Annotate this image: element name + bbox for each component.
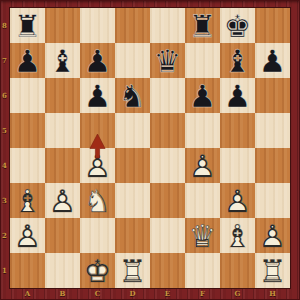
square-b8[interactable] — [45, 8, 80, 43]
square-e6[interactable] — [150, 78, 185, 113]
square-g8[interactable]: ♚ — [220, 8, 255, 43]
white-pawn-icon: ♟♙ — [10, 218, 45, 253]
square-a2[interactable]: ♟♙ — [10, 218, 45, 253]
square-g6[interactable]: ♟ — [220, 78, 255, 113]
white-rook-icon: ♜♖ — [115, 253, 150, 288]
square-c1[interactable]: ♚♔ — [80, 253, 115, 288]
square-c4[interactable]: ♟♙ — [80, 148, 115, 183]
black-queen-icon: ♛ — [150, 43, 185, 78]
square-g2[interactable]: ♝♗ — [220, 218, 255, 253]
black-bishop-icon: ♝ — [220, 43, 255, 78]
black-bishop-icon: ♝ — [45, 43, 80, 78]
square-e3[interactable] — [150, 183, 185, 218]
square-d2[interactable] — [115, 218, 150, 253]
white-pawn-icon: ♟♙ — [45, 183, 80, 218]
square-e7[interactable]: ♛ — [150, 43, 185, 78]
square-a7[interactable]: ♟ — [10, 43, 45, 78]
square-a8[interactable]: ♜ — [10, 8, 45, 43]
square-f4[interactable]: ♟♙ — [185, 148, 220, 183]
file-label-d: D — [115, 288, 150, 300]
square-d4[interactable] — [115, 148, 150, 183]
square-a3[interactable]: ♝♗ — [10, 183, 45, 218]
file-label-b: B — [45, 288, 80, 300]
chess-board-frame: ♜♜♚♟♝♟♛♝♟♟♞♟♟♟♙♟♙♝♗♟♙♞♘♟♙♟♙♛♕♝♗♟♙♚♔♜♖♜♖ … — [0, 0, 300, 300]
square-b3[interactable]: ♟♙ — [45, 183, 80, 218]
square-d6[interactable]: ♞ — [115, 78, 150, 113]
rank-label-1: 1 — [0, 253, 9, 288]
square-b4[interactable] — [45, 148, 80, 183]
square-f2[interactable]: ♛♕ — [185, 218, 220, 253]
square-f6[interactable]: ♟ — [185, 78, 220, 113]
square-d5[interactable] — [115, 113, 150, 148]
square-d8[interactable] — [115, 8, 150, 43]
square-h3[interactable] — [255, 183, 290, 218]
black-pawn-icon: ♟ — [80, 43, 115, 78]
file-label-h: H — [255, 288, 290, 300]
white-pawn-icon: ♟♙ — [185, 148, 220, 183]
white-rook-icon: ♜♖ — [255, 253, 290, 288]
square-h8[interactable] — [255, 8, 290, 43]
square-e5[interactable] — [150, 113, 185, 148]
square-b1[interactable] — [45, 253, 80, 288]
square-h4[interactable] — [255, 148, 290, 183]
square-c2[interactable] — [80, 218, 115, 253]
black-rook-icon: ♜ — [10, 8, 45, 43]
rank-label-2: 2 — [0, 218, 9, 253]
black-pawn-icon: ♟ — [220, 78, 255, 113]
square-b2[interactable] — [45, 218, 80, 253]
square-a1[interactable] — [10, 253, 45, 288]
square-h7[interactable]: ♟ — [255, 43, 290, 78]
square-f5[interactable] — [185, 113, 220, 148]
white-bishop-icon: ♝♗ — [10, 183, 45, 218]
square-h1[interactable]: ♜♖ — [255, 253, 290, 288]
square-c8[interactable] — [80, 8, 115, 43]
white-king-icon: ♚♔ — [80, 253, 115, 288]
square-g3[interactable]: ♟♙ — [220, 183, 255, 218]
file-label-a: A — [10, 288, 45, 300]
square-e4[interactable] — [150, 148, 185, 183]
black-pawn-icon: ♟ — [10, 43, 45, 78]
black-knight-icon: ♞ — [115, 78, 150, 113]
rank-label-8: 8 — [0, 8, 9, 43]
square-g7[interactable]: ♝ — [220, 43, 255, 78]
white-bishop-icon: ♝♗ — [220, 218, 255, 253]
square-g5[interactable] — [220, 113, 255, 148]
square-h6[interactable] — [255, 78, 290, 113]
white-pawn-icon: ♟♙ — [220, 183, 255, 218]
rank-label-7: 7 — [0, 43, 9, 78]
black-pawn-icon: ♟ — [80, 78, 115, 113]
square-g4[interactable] — [220, 148, 255, 183]
white-pawn-icon: ♟♙ — [80, 148, 115, 183]
rank-label-3: 3 — [0, 183, 9, 218]
square-b5[interactable] — [45, 113, 80, 148]
file-label-e: E — [150, 288, 185, 300]
file-label-c: C — [80, 288, 115, 300]
black-king-icon: ♚ — [220, 8, 255, 43]
square-e1[interactable] — [150, 253, 185, 288]
square-b7[interactable]: ♝ — [45, 43, 80, 78]
rank-label-4: 4 — [0, 148, 9, 183]
square-f8[interactable]: ♜ — [185, 8, 220, 43]
rank-label-6: 6 — [0, 78, 9, 113]
square-a4[interactable] — [10, 148, 45, 183]
square-b6[interactable] — [45, 78, 80, 113]
square-f7[interactable] — [185, 43, 220, 78]
chess-board: ♜♜♚♟♝♟♛♝♟♟♞♟♟♟♙♟♙♝♗♟♙♞♘♟♙♟♙♛♕♝♗♟♙♚♔♜♖♜♖ — [10, 8, 290, 288]
square-h5[interactable] — [255, 113, 290, 148]
square-c6[interactable]: ♟ — [80, 78, 115, 113]
square-h2[interactable]: ♟♙ — [255, 218, 290, 253]
square-a5[interactable] — [10, 113, 45, 148]
file-label-f: F — [185, 288, 220, 300]
black-pawn-icon: ♟ — [255, 43, 290, 78]
square-d1[interactable]: ♜♖ — [115, 253, 150, 288]
square-a6[interactable] — [10, 78, 45, 113]
square-g1[interactable] — [220, 253, 255, 288]
white-knight-icon: ♞♘ — [80, 183, 115, 218]
rank-label-5: 5 — [0, 113, 9, 148]
black-rook-icon: ♜ — [185, 8, 220, 43]
white-queen-icon: ♛♕ — [185, 218, 220, 253]
square-e2[interactable] — [150, 218, 185, 253]
square-f1[interactable] — [185, 253, 220, 288]
square-c5[interactable] — [80, 113, 115, 148]
square-d7[interactable] — [115, 43, 150, 78]
square-c7[interactable]: ♟ — [80, 43, 115, 78]
black-pawn-icon: ♟ — [185, 78, 220, 113]
square-e8[interactable] — [150, 8, 185, 43]
square-f3[interactable] — [185, 183, 220, 218]
square-d3[interactable] — [115, 183, 150, 218]
white-pawn-icon: ♟♙ — [255, 218, 290, 253]
square-c3[interactable]: ♞♘ — [80, 183, 115, 218]
file-label-g: G — [220, 288, 255, 300]
